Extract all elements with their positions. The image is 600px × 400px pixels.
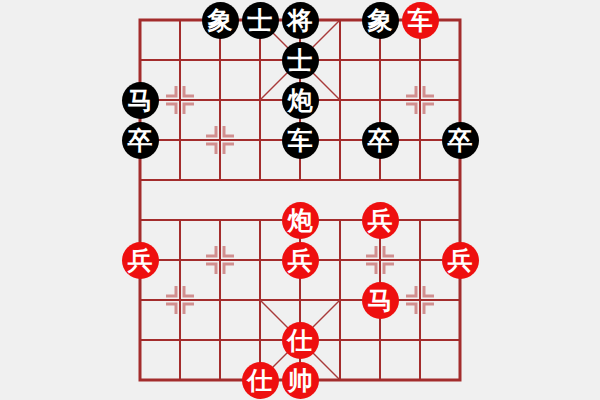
piece-red-horse[interactable]: 马 bbox=[362, 282, 399, 319]
piece-black-elephant[interactable]: 象 bbox=[362, 2, 399, 39]
piece-red-advisor[interactable]: 仕 bbox=[282, 322, 319, 359]
piece-red-soldier[interactable]: 兵 bbox=[282, 242, 319, 279]
piece-black-soldier[interactable]: 卒 bbox=[442, 122, 479, 159]
piece-red-cannon[interactable]: 炮 bbox=[282, 202, 319, 239]
piece-black-advisor[interactable]: 士 bbox=[282, 42, 319, 79]
piece-black-general[interactable]: 将 bbox=[282, 2, 319, 39]
piece-red-soldier[interactable]: 兵 bbox=[122, 242, 159, 279]
piece-red-advisor[interactable]: 仕 bbox=[242, 362, 279, 399]
piece-red-general[interactable]: 帅 bbox=[282, 362, 319, 399]
piece-black-cannon[interactable]: 炮 bbox=[282, 82, 319, 119]
xiangqi-screen: 象士将象车士马炮卒车卒卒炮兵兵兵兵马仕仕帅 bbox=[0, 0, 600, 400]
piece-red-soldier[interactable]: 兵 bbox=[362, 202, 399, 239]
piece-black-chariot[interactable]: 车 bbox=[282, 122, 319, 159]
xiangqi-board[interactable]: 象士将象车士马炮卒车卒卒炮兵兵兵兵马仕仕帅 bbox=[0, 0, 600, 400]
piece-black-soldier[interactable]: 卒 bbox=[122, 122, 159, 159]
piece-red-chariot[interactable]: 车 bbox=[402, 2, 439, 39]
piece-black-horse[interactable]: 马 bbox=[122, 82, 159, 119]
piece-red-soldier[interactable]: 兵 bbox=[442, 242, 479, 279]
pieces-layer: 象士将象车士马炮卒车卒卒炮兵兵兵兵马仕仕帅 bbox=[0, 0, 600, 400]
piece-black-advisor[interactable]: 士 bbox=[242, 2, 279, 39]
piece-black-elephant[interactable]: 象 bbox=[202, 2, 239, 39]
piece-black-soldier[interactable]: 卒 bbox=[362, 122, 399, 159]
